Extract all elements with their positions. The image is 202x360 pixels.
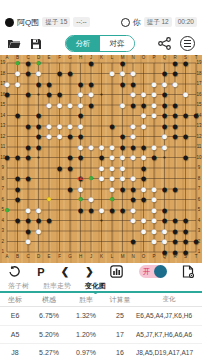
coord-number-right: 10 <box>196 155 201 160</box>
board-point-B10[interactable]: ● <box>12 152 23 163</box>
white-stone: ● <box>98 173 105 184</box>
black-stone: ● <box>67 131 74 142</box>
black-stone: ● <box>109 121 116 132</box>
coord-cell: E6 <box>0 312 30 319</box>
winrate-cell: 1.32% <box>68 312 104 319</box>
board-point-N4[interactable]: ● <box>128 215 139 226</box>
board-point-F9[interactable]: ● <box>54 163 65 174</box>
coord-number-left: 17 <box>0 82 5 87</box>
board-grid: ●●●●●●●●●●●●●●●●●●●●●●●●●●●●●●●●●●●●●●●●… <box>2 58 202 258</box>
coord-number-left: 16 <box>0 92 5 97</box>
black-stone: ● <box>182 152 189 163</box>
coord-number-left: 1 <box>2 250 5 255</box>
toggle-knob <box>154 265 167 278</box>
white-stone-icon <box>121 18 130 27</box>
board-point-E6[interactable]: ● <box>44 194 55 205</box>
black-stone: ● <box>14 152 21 163</box>
coord-number-left: 13 <box>0 124 5 129</box>
player-white: 你 提子 12 00:20 <box>121 17 197 28</box>
white-stone: ● <box>109 68 116 79</box>
board-point-J9[interactable] <box>86 163 97 174</box>
board-point-G12[interactable]: ● <box>65 131 76 142</box>
black-stone: ● <box>14 215 21 226</box>
board-point-E4[interactable]: ● <box>44 215 55 226</box>
board-point-R6[interactable] <box>170 194 181 205</box>
policy-cell: 5.20% <box>30 331 68 338</box>
board-point-B16[interactable] <box>12 89 23 100</box>
ai-toggle[interactable]: 开 <box>139 265 166 278</box>
board-point-M7[interactable]: ● <box>117 184 128 195</box>
table-row[interactable]: J85.27%0.97%16J8,A5,D19,A17,A17 <box>0 344 202 360</box>
col-header: 计算量 <box>104 295 136 305</box>
board-point-K2[interactable] <box>96 236 107 247</box>
coord-number-right: 1 <box>198 250 201 255</box>
col-header: 棋感 <box>30 295 68 305</box>
folder-open-icon[interactable] <box>7 38 21 50</box>
coord-letter-bottom: H <box>79 255 82 260</box>
board-point-E11[interactable] <box>44 142 55 153</box>
board-point-J13[interactable] <box>86 121 97 132</box>
subtab-0[interactable]: 落子树 <box>8 281 29 291</box>
board-point-J4[interactable] <box>86 215 97 226</box>
board-point-G3[interactable] <box>65 226 76 237</box>
black-stone: ● <box>172 184 179 195</box>
coord-number-right: 3 <box>198 229 201 234</box>
board-point-R9[interactable] <box>170 163 181 174</box>
chart-icon[interactable] <box>110 265 123 278</box>
board-point-R12[interactable]: ● <box>170 131 181 142</box>
board-point-O6[interactable]: ● <box>138 194 149 205</box>
black-stone: ● <box>109 205 116 216</box>
board-point-M17[interactable]: ● <box>117 79 128 90</box>
board-point-P9[interactable] <box>149 163 160 174</box>
board-point-M2[interactable] <box>117 236 128 247</box>
coord-number-right: 4 <box>198 218 201 223</box>
table-header: 坐标棋感胜率计算量变化 <box>0 293 202 307</box>
col-header: 坐标 <box>0 295 30 305</box>
coord-number-left: 7 <box>2 187 5 192</box>
board-point-H10[interactable]: ● <box>75 152 86 163</box>
board-point-D10[interactable] <box>33 152 44 163</box>
board-point-G17[interactable] <box>65 79 76 90</box>
board-point-B4[interactable]: ● <box>12 215 23 226</box>
board-point-J15[interactable]: ● <box>86 100 97 111</box>
board-point-L15[interactable] <box>107 100 118 111</box>
coord-letter-bottom: Q <box>163 255 167 260</box>
mode-tabs: 分析 对弈 <box>65 35 135 52</box>
board-point-F18[interactable]: ● <box>54 68 65 79</box>
board-point-B12[interactable] <box>12 131 23 142</box>
board-point-F6[interactable] <box>54 194 65 205</box>
coord-number-right: 15 <box>196 103 201 108</box>
board-point-G7[interactable]: ● <box>65 184 76 195</box>
black-stone: ● <box>88 205 95 216</box>
board-point-D17[interactable]: ● <box>33 79 44 90</box>
board-point-J11[interactable]: ● <box>86 142 97 153</box>
board-point-L4[interactable] <box>107 215 118 226</box>
coord-letter-bottom: O <box>142 255 146 260</box>
board-point-S16[interactable]: ● <box>180 89 191 100</box>
coord-number-right: 6 <box>198 197 201 202</box>
board-point-F8[interactable] <box>54 173 65 184</box>
black-stone: ● <box>56 163 63 174</box>
board-point-S12[interactable]: ● <box>180 131 191 142</box>
board-point-C18[interactable]: ● <box>23 68 34 79</box>
board-point-C13[interactable]: ● <box>23 121 34 132</box>
board-point-K16[interactable] <box>96 89 107 100</box>
coord-number-right: 9 <box>198 166 201 171</box>
black-stone: ● <box>67 163 74 174</box>
black-stone: ● <box>25 173 32 184</box>
board-point-M4[interactable] <box>117 215 128 226</box>
board-point-D2[interactable] <box>33 236 44 247</box>
coord-letter-bottom: K <box>100 255 103 260</box>
board-point-K14[interactable] <box>96 110 107 121</box>
board-point-C10[interactable]: ● <box>23 152 34 163</box>
coord-letter-bottom: J <box>90 255 92 260</box>
board-point-K17[interactable] <box>96 79 107 90</box>
board-point-E15[interactable]: ● <box>44 100 55 111</box>
white-stone: ● <box>151 236 158 247</box>
coord-number-right: 14 <box>196 113 201 118</box>
subtab-bar: 落子树胜率走势变化图 <box>0 280 202 291</box>
board-point-B3[interactable] <box>12 226 23 237</box>
board-point-E10[interactable] <box>44 152 55 163</box>
board-point-J2[interactable] <box>86 236 97 247</box>
black-stone: ● <box>119 184 126 195</box>
board-point-E7[interactable] <box>44 184 55 195</box>
black-stone: ● <box>77 205 84 216</box>
board-point-E8[interactable] <box>44 173 55 184</box>
black-stone: ● <box>46 215 53 226</box>
white-stone: ● <box>98 205 105 216</box>
board-point-R17[interactable]: ● <box>170 79 181 90</box>
variation-cell: A5,J7,K7,H6,A6,A6 <box>136 331 202 338</box>
black-stone: ● <box>35 142 42 153</box>
black-stone: ● <box>130 100 137 111</box>
coord-letter-top: N <box>131 56 134 61</box>
next-move-icon[interactable]: ❯ <box>85 266 93 277</box>
coord-number-right: 18 <box>196 71 201 76</box>
tab-bar: 分析 对弈 <box>0 32 202 55</box>
board-point-F7[interactable] <box>54 184 65 195</box>
board-point-G9[interactable]: ● <box>65 163 76 174</box>
best-move-marker-E6[interactable]: ● <box>46 194 51 205</box>
board-point-E3[interactable] <box>44 226 55 237</box>
coord-letter-top: F <box>58 56 61 61</box>
board-point-M5[interactable]: ● <box>117 205 128 216</box>
analysis-table: 坐标棋感胜率计算量变化E66.75%1.32%25E6,A5,A4,J7,K6,… <box>0 291 202 360</box>
black-stone: ● <box>14 110 21 121</box>
white-stone: ● <box>130 215 137 226</box>
board-point-F11[interactable] <box>54 142 65 153</box>
board-point-K4[interactable] <box>96 215 107 226</box>
board-point-E12[interactable]: ● <box>44 131 55 142</box>
share-icon[interactable] <box>158 37 171 50</box>
board-point-F12[interactable]: ● <box>54 131 65 142</box>
board-point-G5[interactable] <box>65 205 76 216</box>
board-point-D11[interactable]: ● <box>33 142 44 153</box>
coord-letter-bottom: L <box>111 255 114 260</box>
coord-letter-bottom: N <box>131 255 134 260</box>
board-point-P10[interactable]: ● <box>149 152 160 163</box>
candidate-move-marker-J8[interactable]: ● <box>88 173 93 184</box>
white-clock: 00:20 <box>175 17 197 27</box>
go-board[interactable]: ●●●●●●●●●●●●●●●●●●●●●●●●●●●●●●●●●●●●●●●●… <box>0 55 202 263</box>
board-point-G2[interactable] <box>65 236 76 247</box>
subtab-2[interactable]: 变化图 <box>85 281 106 291</box>
subtab-1[interactable]: 胜率走势 <box>43 281 71 291</box>
variation-cell: E6,A5,A4,J7,K6,H6 <box>136 312 202 319</box>
board-point-S6[interactable] <box>180 194 191 205</box>
pass-icon[interactable]: P <box>37 266 44 278</box>
white-stone: ● <box>35 226 42 237</box>
coord-letter-bottom: M <box>121 255 125 260</box>
board-point-H5[interactable]: ● <box>75 205 86 216</box>
board-point-R7[interactable]: ● <box>170 184 181 195</box>
white-stone: ● <box>119 100 126 111</box>
board-point-H2[interactable] <box>75 236 86 247</box>
coord-letter-top: K <box>100 56 103 61</box>
board-point-J5[interactable]: ● <box>86 205 97 216</box>
board-point-B17[interactable]: ● <box>12 79 23 90</box>
coord-number-left: 2 <box>2 239 5 244</box>
winrate-cell: 0.97% <box>68 349 104 356</box>
board-point-S7[interactable] <box>180 184 191 195</box>
coord-number-left: 4 <box>2 218 5 223</box>
black-stone: ● <box>151 152 158 163</box>
coord-number-right: 12 <box>196 134 201 139</box>
board-point-H3[interactable] <box>75 226 86 237</box>
board-point-K13[interactable] <box>96 121 107 132</box>
black-stone: ● <box>140 194 147 205</box>
board-point-K18[interactable] <box>96 68 107 79</box>
board-point-O18[interactable] <box>138 68 149 79</box>
board-point-C8[interactable]: ● <box>23 173 34 184</box>
save-icon[interactable] <box>30 38 42 50</box>
board-point-S14[interactable]: ● <box>180 110 191 121</box>
board-point-C7[interactable] <box>23 184 34 195</box>
board-point-D3[interactable]: ● <box>33 226 44 237</box>
board-point-B6[interactable]: ● <box>12 194 23 205</box>
black-stone: ● <box>25 121 32 132</box>
board-point-M3[interactable] <box>117 226 128 237</box>
coord-letter-bottom: D <box>37 255 40 260</box>
board-point-L17[interactable] <box>107 79 118 90</box>
board-point-F2[interactable] <box>54 236 65 247</box>
coord-letter-bottom: E <box>47 255 50 260</box>
prev-move-icon[interactable]: ❮ <box>61 266 69 277</box>
black-stone: ● <box>88 100 95 111</box>
board-point-Q9[interactable] <box>159 163 170 174</box>
white-stone: ● <box>25 236 32 247</box>
white-stone: ● <box>46 100 53 111</box>
coord-number-right: 11 <box>197 145 202 150</box>
board-point-L18[interactable]: ● <box>107 68 118 79</box>
coord-number-left: 9 <box>2 166 5 171</box>
white-stone: ● <box>130 152 137 163</box>
export-doc-icon[interactable] <box>182 265 194 278</box>
coord-letter-bottom: T <box>195 255 198 260</box>
black-stone: ● <box>25 89 32 100</box>
board-point-G15[interactable]: ● <box>65 100 76 111</box>
board-point-J3[interactable] <box>86 226 97 237</box>
board-point-G6[interactable] <box>65 194 76 205</box>
coord-number-right: 8 <box>198 176 201 181</box>
candidate-move-marker-A5[interactable]: ● <box>4 205 9 216</box>
menu-circle-icon[interactable] <box>180 36 195 51</box>
board-point-Q11[interactable]: ● <box>159 142 170 153</box>
board-point-P2[interactable]: ● <box>149 236 160 247</box>
player-bar: 阿Q围 提子 15 --:-- 你 提子 12 00:20 <box>0 12 202 32</box>
black-stone: ● <box>14 194 21 205</box>
board-point-C2[interactable]: ● <box>23 236 34 247</box>
coord-number-left: 10 <box>0 155 5 160</box>
board-point-C16[interactable]: ● <box>23 89 34 100</box>
board-point-G4[interactable] <box>65 215 76 226</box>
board-point-S18[interactable] <box>180 68 191 79</box>
policy-cell: 6.75% <box>30 312 68 319</box>
black-stone: ● <box>119 79 126 90</box>
board-point-N15[interactable]: ● <box>128 100 139 111</box>
board-point-C15[interactable] <box>23 100 34 111</box>
board-point-O13[interactable]: ● <box>138 121 149 132</box>
board-point-J8[interactable]: ● <box>86 173 97 184</box>
coord-letter-bottom: G <box>68 255 72 260</box>
board-point-D7[interactable] <box>33 184 44 195</box>
board-point-S8[interactable] <box>180 173 191 184</box>
black-clock: --:-- <box>73 17 89 27</box>
black-stone: ● <box>119 205 126 216</box>
coord-letter-top: S <box>184 56 187 61</box>
board-point-K5[interactable]: ● <box>96 205 107 216</box>
coord-number-right: 7 <box>198 187 201 192</box>
coord-letter-top: P <box>152 56 155 61</box>
coord-number-right: 17 <box>196 82 201 87</box>
board-point-R10[interactable] <box>170 152 181 163</box>
tab-analysis[interactable]: 分析 <box>66 36 100 51</box>
table-row[interactable]: A55.20%1.20%17A5,J7,K7,H6,A6,A6 <box>0 326 202 345</box>
white-stone: ● <box>46 131 53 142</box>
coord-number-left: 11 <box>0 145 5 150</box>
board-point-L5[interactable]: ● <box>107 205 118 216</box>
board-point-D8[interactable] <box>33 173 44 184</box>
coord-letter-top: C <box>26 56 29 61</box>
board-point-K7[interactable] <box>96 184 107 195</box>
board-point-Q10[interactable] <box>159 152 170 163</box>
board-point-E2[interactable] <box>44 236 55 247</box>
black-stone: ● <box>67 184 74 195</box>
board-point-D9[interactable] <box>33 163 44 174</box>
table-row[interactable]: E66.75%1.32%25E6,A5,A4,J7,K6,H6 <box>0 307 202 326</box>
tab-play[interactable]: 对弈 <box>100 36 134 51</box>
coord-letter-top: R <box>173 56 176 61</box>
col-header: 变化 <box>136 295 202 304</box>
coord-letter-top: D <box>37 56 40 61</box>
coord-letter-top: E <box>47 56 50 61</box>
board-point-K8[interactable]: ● <box>96 173 107 184</box>
board-point-L13[interactable]: ● <box>107 121 118 132</box>
board-point-H4[interactable] <box>75 215 86 226</box>
coord-letter-bottom: R <box>173 255 176 260</box>
board-point-S10[interactable]: ● <box>180 152 191 163</box>
coord-letter-top: O <box>142 56 146 61</box>
board-point-R11[interactable] <box>170 142 181 153</box>
analysis-toolbar: P ❮ ❯ 开 <box>0 263 202 280</box>
board-point-F4[interactable] <box>54 215 65 226</box>
board-point-O3[interactable]: ● <box>138 226 149 237</box>
coord-letter-bottom: P <box>152 255 155 260</box>
black-stone: ● <box>77 152 84 163</box>
board-point-N2[interactable]: ● <box>128 236 139 247</box>
board-point-H7[interactable]: ● <box>75 184 86 195</box>
board-point-J10[interactable] <box>86 152 97 163</box>
board-point-N10[interactable]: ● <box>128 152 139 163</box>
board-point-O2[interactable] <box>138 236 149 247</box>
board-point-E9[interactable] <box>44 163 55 174</box>
white-stone: ● <box>14 79 21 90</box>
black-stone-icon <box>5 18 14 27</box>
coord-letter-top: B <box>16 56 19 61</box>
board-point-L3[interactable] <box>107 226 118 237</box>
board-point-F15[interactable]: ● <box>54 100 65 111</box>
undo-icon[interactable] <box>8 265 21 278</box>
board-point-B14[interactable]: ● <box>12 110 23 121</box>
visits-cell: 16 <box>104 349 136 356</box>
coord-cell: J8 <box>0 349 30 356</box>
coord-number-left: 5 <box>2 208 5 213</box>
board-point-K15[interactable] <box>96 100 107 111</box>
coord-letter-bottom: A <box>5 255 8 260</box>
board-point-M15[interactable]: ● <box>117 100 128 111</box>
coord-cell: A5 <box>0 331 30 338</box>
white-stone: ● <box>88 142 95 153</box>
board-point-S9[interactable] <box>180 163 191 174</box>
board-point-Q7[interactable]: ● <box>159 184 170 195</box>
board-point-B2[interactable] <box>12 236 23 247</box>
board-point-L2[interactable] <box>107 236 118 247</box>
white-stone: ● <box>56 131 63 142</box>
black-captures-badge: 提子 15 <box>42 17 70 27</box>
black-stone: ● <box>35 79 42 90</box>
black-stone: ● <box>161 184 168 195</box>
board-point-L16[interactable] <box>107 89 118 100</box>
black-player-name: 阿Q围 <box>17 17 39 28</box>
board-point-P13[interactable] <box>149 121 160 132</box>
black-stone: ● <box>56 68 63 79</box>
coord-letter-bottom: F <box>58 255 61 260</box>
winrate-cell: 1.20% <box>68 331 104 338</box>
white-stone: ● <box>182 89 189 100</box>
board-point-L7[interactable]: ● <box>107 184 118 195</box>
black-stone: ● <box>182 110 189 121</box>
board-point-G18[interactable]: ● <box>65 68 76 79</box>
board-point-J14[interactable] <box>86 110 97 121</box>
board-point-K3[interactable] <box>96 226 107 237</box>
board-point-P14[interactable]: ● <box>149 110 160 121</box>
board-point-B13[interactable] <box>12 121 23 132</box>
col-header: 胜率 <box>68 295 104 305</box>
board-point-D16[interactable] <box>33 89 44 100</box>
coord-number-right: 19 <box>196 61 201 66</box>
board-point-M14[interactable] <box>117 110 128 121</box>
board-point-F3[interactable] <box>54 226 65 237</box>
white-stone: ● <box>67 100 74 111</box>
white-stone: ● <box>172 79 179 90</box>
player-black: 阿Q围 提子 15 --:-- <box>5 17 90 28</box>
board-point-F5[interactable] <box>54 205 65 216</box>
coord-letter-top: A <box>5 56 8 61</box>
